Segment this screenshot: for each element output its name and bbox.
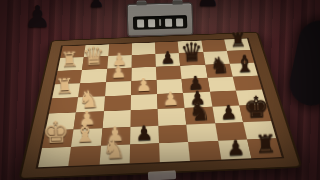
square-g2[interactable]: ♝	[71, 128, 102, 147]
square-e1[interactable]	[49, 97, 78, 113]
square-g5[interactable]	[158, 124, 188, 143]
square-a6[interactable]	[178, 41, 203, 54]
square-b7[interactable]	[203, 51, 230, 64]
square-h6[interactable]	[188, 141, 220, 161]
square-g3[interactable]: ♟	[101, 127, 131, 146]
square-e6[interactable]: ♟	[183, 92, 212, 108]
square-f6[interactable]: ♞	[185, 107, 215, 124]
square-a7[interactable]	[201, 40, 227, 53]
square-e3[interactable]	[103, 95, 130, 111]
square-c4[interactable]	[131, 67, 156, 81]
square-b8[interactable]	[227, 50, 254, 63]
square-g4[interactable]: ♟	[130, 126, 159, 145]
square-f3[interactable]	[102, 110, 130, 128]
square-c3[interactable]: ♟	[106, 68, 132, 82]
square-h5[interactable]	[159, 142, 190, 162]
square-f5[interactable]	[158, 108, 187, 125]
square-h4[interactable]	[129, 143, 159, 163]
square-g8[interactable]	[243, 121, 276, 140]
square-d7[interactable]	[207, 77, 236, 92]
square-h7[interactable]: ♟	[218, 139, 252, 159]
square-f7[interactable]: ♟	[212, 106, 243, 123]
square-e4[interactable]	[130, 94, 157, 110]
square-a5[interactable]	[155, 41, 179, 54]
square-d3[interactable]	[105, 81, 132, 96]
square-d4[interactable]: ♟	[131, 80, 157, 95]
score-sheet	[148, 170, 176, 180]
square-d6[interactable]: ♟	[182, 78, 210, 93]
square-a3[interactable]	[108, 43, 132, 56]
square-a8[interactable]: ♜	[224, 39, 250, 52]
board-scene: ♜♜♛♟♟♛♟♞♝♜♟♟♞♟♟♟♞♟♚♚♝♟♟♞♟♜	[37, 0, 277, 180]
square-f4[interactable]	[130, 109, 158, 126]
square-g6[interactable]	[186, 123, 217, 142]
square-b2[interactable]: ♛	[82, 56, 108, 70]
square-e2[interactable]: ♞	[76, 96, 104, 112]
square-f2[interactable]: ♟	[74, 111, 104, 129]
square-d2[interactable]	[78, 82, 105, 97]
black-rook-a8: ♜	[229, 31, 247, 51]
square-d5[interactable]	[156, 79, 183, 94]
square-h1[interactable]	[38, 147, 71, 167]
square-e5[interactable]: ♟	[157, 93, 185, 109]
square-h3[interactable]: ♞	[99, 144, 130, 164]
chess-board-frame: ♜♜♛♟♟♛♟♞♝♜♟♟♞♟♟♟♞♟♚♚♝♟♟♞♟♜	[18, 32, 303, 180]
square-b4[interactable]	[131, 54, 156, 67]
square-h2[interactable]	[69, 146, 101, 166]
square-c1[interactable]	[55, 70, 82, 84]
square-b1[interactable]: ♜	[58, 57, 84, 71]
black-pawn-h7: ♟	[226, 137, 246, 159]
square-g1[interactable]: ♚	[42, 129, 74, 148]
black-pawn-g4: ♟	[135, 123, 154, 144]
square-b3[interactable]: ♟	[107, 55, 132, 68]
square-c7[interactable]: ♞	[205, 63, 233, 77]
square-h8[interactable]: ♜	[247, 138, 282, 158]
square-d1[interactable]: ♜	[52, 83, 80, 98]
black-pawn-f7: ♟	[219, 102, 237, 122]
square-b6[interactable]: ♛	[179, 52, 205, 65]
square-c8[interactable]: ♝	[229, 62, 257, 76]
square-e7[interactable]	[209, 91, 239, 107]
square-c2[interactable]	[80, 69, 106, 83]
square-f1[interactable]	[46, 113, 77, 131]
square-c6[interactable]	[180, 65, 207, 79]
chess-board-grid: ♜♜♛♟♟♛♟♞♝♜♟♟♞♟♟♟♞♟♚♚♝♟♟♞♟♜	[38, 39, 281, 168]
square-c5[interactable]	[156, 66, 182, 80]
square-d8[interactable]	[232, 76, 261, 91]
square-g7[interactable]	[215, 122, 247, 141]
square-a4[interactable]	[132, 42, 156, 55]
square-f8[interactable]: ♚	[239, 105, 271, 122]
square-e8[interactable]	[236, 90, 267, 106]
square-b5[interactable]: ♟	[155, 53, 180, 66]
